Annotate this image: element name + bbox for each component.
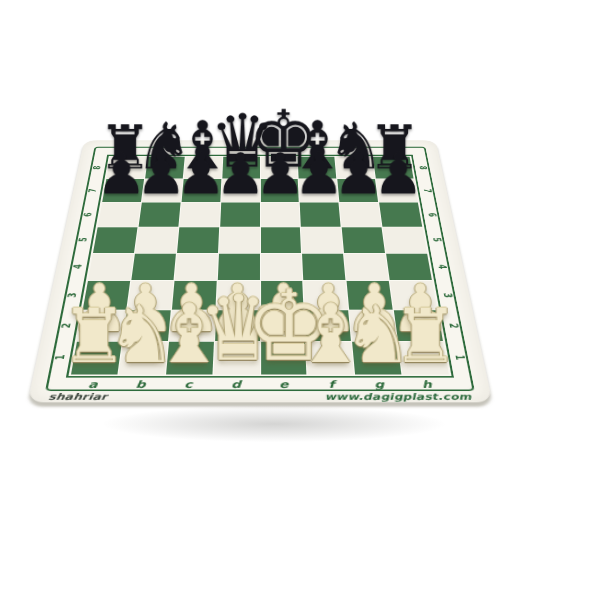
square-d1[interactable]: ♛ — [213, 342, 259, 375]
file-label-d: d — [212, 379, 260, 391]
square-f8[interactable]: ♝ — [298, 157, 337, 179]
file-label-e: e — [260, 379, 308, 391]
square-d7[interactable]: ♟ — [221, 179, 260, 202]
rank-label-6: 6 — [68, 210, 110, 218]
square-e4[interactable] — [261, 253, 303, 280]
square-f4[interactable] — [302, 253, 345, 280]
square-f1[interactable]: ♝ — [306, 342, 354, 375]
square-d5[interactable] — [219, 227, 260, 253]
square-b1[interactable]: ♞ — [118, 342, 167, 375]
square-c3[interactable] — [172, 281, 217, 310]
square-g2[interactable]: ♟ — [350, 311, 398, 342]
rank-label-7: 7 — [73, 187, 113, 195]
square-b2[interactable]: ♟ — [123, 311, 171, 342]
chessboard-product-photo: 87654321 87654321 abcdefgh ♜♞♝♛♚♝♞♜♟♟♟♟♟… — [0, 0, 600, 600]
square-d3[interactable] — [216, 281, 259, 310]
square-g3[interactable] — [347, 281, 393, 310]
square-f6[interactable] — [300, 202, 341, 226]
square-b7[interactable]: ♟ — [142, 179, 183, 202]
brand-text-website: www.dagigplast.com — [324, 391, 472, 401]
square-g7[interactable]: ♟ — [337, 179, 378, 202]
file-label-c: c — [164, 379, 212, 391]
square-a4[interactable] — [88, 253, 134, 280]
square-f2[interactable]: ♟ — [305, 311, 351, 342]
file-label-a: a — [68, 379, 118, 391]
square-e6[interactable] — [260, 202, 300, 226]
file-label-h: h — [402, 379, 452, 391]
square-h3[interactable] — [390, 281, 437, 310]
square-h2[interactable]: ♟ — [394, 311, 443, 342]
board-grid: ♜♞♝♛♚♝♞♜♟♟♟♟♟♟♟♟♟♟♟♟♟♟♟♟♜♞♝♛♚♝♞♜ — [71, 157, 449, 375]
square-c7[interactable]: ♟ — [181, 179, 221, 202]
square-g8[interactable]: ♞ — [335, 157, 375, 179]
square-e1[interactable]: ♚ — [261, 342, 307, 375]
square-f3[interactable] — [304, 281, 349, 310]
brand-text-shahriar: shahriar — [48, 391, 109, 401]
square-f5[interactable] — [301, 227, 343, 253]
square-f7[interactable]: ♟ — [299, 179, 339, 202]
square-g1[interactable]: ♞ — [352, 342, 401, 375]
square-e5[interactable] — [260, 227, 301, 253]
square-c1[interactable]: ♝ — [166, 342, 214, 375]
square-c6[interactable] — [179, 202, 220, 226]
square-a1[interactable]: ♜ — [71, 342, 122, 375]
square-h1[interactable]: ♜ — [398, 342, 449, 375]
board-shadow — [28, 398, 520, 450]
square-c2[interactable]: ♟ — [169, 311, 215, 342]
square-b3[interactable] — [127, 281, 173, 310]
square-c8[interactable]: ♝ — [183, 157, 222, 179]
chess-board-mat: 87654321 87654321 abcdefgh ♜♞♝♛♚♝♞♜♟♟♟♟♟… — [28, 140, 493, 402]
file-label-f: f — [307, 379, 355, 391]
square-g5[interactable] — [342, 227, 385, 253]
square-e7[interactable]: ♟ — [260, 179, 299, 202]
square-b6[interactable] — [138, 202, 180, 226]
square-a2[interactable]: ♟ — [77, 311, 126, 342]
rank-label-7: 7 — [407, 187, 447, 195]
square-c4[interactable] — [174, 253, 217, 280]
rank-label-5: 5 — [415, 235, 458, 244]
square-b8[interactable]: ♞ — [145, 157, 185, 179]
file-label-b: b — [116, 379, 165, 391]
square-d2[interactable]: ♟ — [215, 311, 260, 342]
file-labels-bottom: abcdefgh — [68, 379, 452, 391]
square-e8[interactable]: ♚ — [260, 157, 298, 179]
rank-label-5: 5 — [62, 235, 105, 244]
square-e3[interactable] — [261, 281, 304, 310]
square-b4[interactable] — [131, 253, 176, 280]
square-e2[interactable]: ♟ — [261, 311, 306, 342]
square-d6[interactable] — [220, 202, 260, 226]
square-g4[interactable] — [344, 253, 389, 280]
square-d4[interactable] — [217, 253, 259, 280]
rank-label-6: 6 — [411, 210, 453, 218]
file-label-g: g — [355, 379, 404, 391]
square-b5[interactable] — [135, 227, 178, 253]
square-a3[interactable] — [83, 281, 130, 310]
square-c5[interactable] — [177, 227, 219, 253]
square-d8[interactable]: ♛ — [222, 157, 260, 179]
square-h4[interactable] — [386, 253, 432, 280]
rank-label-8: 8 — [403, 164, 442, 171]
square-g6[interactable] — [340, 202, 382, 226]
rank-label-8: 8 — [78, 164, 117, 171]
